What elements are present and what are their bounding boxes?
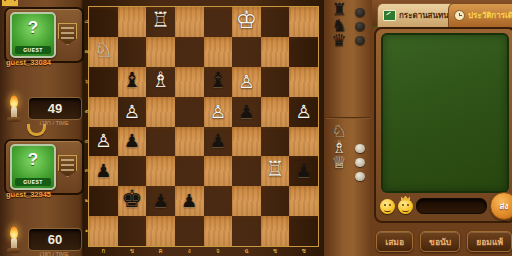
board-square[interactable]: ♘ (89, 37, 118, 67)
candle-icon (6, 226, 22, 256)
black-pawn-piece[interactable]: ♟ (175, 192, 204, 210)
crown-emoji-button[interactable] (398, 199, 413, 214)
crown-icon (2, 0, 18, 6)
board-square[interactable] (289, 216, 318, 246)
board-square[interactable]: ♙ (89, 127, 118, 157)
board-square[interactable]: ♟ (118, 127, 147, 157)
file-label: ค (146, 247, 175, 256)
top-player-name: guest_33084 (6, 58, 82, 67)
white-bishop-piece[interactable]: ♗ (146, 70, 175, 91)
board-square[interactable] (232, 37, 261, 67)
black-pawn-piece[interactable]: ♟ (289, 162, 318, 180)
white-pawn-piece[interactable]: ♙ (89, 132, 118, 150)
black-king-piece[interactable]: ♚ (118, 187, 147, 211)
board-square[interactable] (175, 97, 204, 127)
captured-pawn-disc (355, 8, 365, 17)
guest-question-mark: ? (12, 150, 54, 170)
board-square[interactable] (146, 127, 175, 157)
tab-history-label: ประวัติการเดิน (468, 9, 512, 22)
captured-pawn-disc (355, 172, 365, 181)
board-square[interactable] (261, 67, 290, 97)
guest-tag: GUEST (15, 178, 51, 186)
board-square[interactable] (175, 37, 204, 67)
board-square[interactable] (261, 127, 290, 157)
top-player-timer: 49 (28, 97, 82, 120)
file-label: ง (175, 247, 204, 256)
black-pawn-piece[interactable]: ♟ (204, 132, 233, 150)
board-square[interactable] (289, 127, 318, 157)
guest-question-mark: ? (12, 18, 54, 38)
bottom-player-card: ? GUEST (4, 139, 84, 195)
bottom-player-name: guest_32945 (6, 190, 82, 199)
chess-board: ๘๗๖๕๔๓๒๑ ♖♔♘♝♗♝♙♙♙♟♙♙♟♟♟♖♟♚♟♟ กขคงจฉชซ (84, 0, 324, 256)
white-king-piece[interactable]: ♔ (232, 8, 261, 32)
board-square[interactable]: ♗ (146, 67, 175, 97)
top-player-avatar[interactable]: ? GUEST (10, 12, 56, 58)
board-square[interactable] (261, 216, 290, 246)
board-square[interactable] (89, 7, 118, 37)
makruk-game-screen: ? GUEST guest_33084 49 เวลา / TIME ? GUE… (0, 0, 512, 256)
guest-tag: GUEST (15, 46, 51, 54)
captured-white-group: ♘♗♕ (324, 122, 372, 234)
board-square[interactable]: ♔ (232, 7, 261, 37)
board-square[interactable] (175, 127, 204, 157)
chat-message-area (381, 33, 509, 193)
board-square[interactable]: ♟ (146, 186, 175, 216)
board-square[interactable] (289, 186, 318, 216)
action-buttons-row: เสมอ ขอนับ ยอมแพ้ (372, 231, 512, 252)
board-square[interactable] (146, 216, 175, 246)
board-square[interactable]: ♙ (289, 97, 318, 127)
tab-bar: กระดานสนทนา ประวัติการเดิน (372, 0, 512, 27)
board-square[interactable] (175, 216, 204, 246)
board-square[interactable] (204, 156, 233, 186)
board-square[interactable] (89, 97, 118, 127)
board-square[interactable] (204, 7, 233, 37)
black-bishop-piece[interactable]: ♝ (118, 70, 147, 91)
board-square[interactable] (89, 186, 118, 216)
board-square[interactable]: ♝ (118, 67, 147, 97)
board-square[interactable]: ♟ (204, 127, 233, 157)
captured-pawn-disc (355, 36, 365, 45)
board-square[interactable] (261, 186, 290, 216)
white-pawn-piece[interactable]: ♙ (204, 102, 233, 120)
file-label: จ (204, 247, 233, 256)
bottom-timer-label: เวลา / TIME (28, 250, 80, 256)
white-knight-piece[interactable]: ♘ (89, 40, 118, 61)
board-square[interactable] (232, 127, 261, 157)
board-square[interactable] (175, 7, 204, 37)
captured-white-piece: ♕ (328, 155, 350, 171)
board-square[interactable] (146, 97, 175, 127)
board-square[interactable]: ♟ (89, 156, 118, 186)
chalkboard-icon (383, 10, 396, 21)
board-square[interactable]: ♙ (118, 97, 147, 127)
captured-black-group: ♜♞♛ (324, 2, 372, 114)
board-square[interactable] (232, 186, 261, 216)
board-square[interactable]: ♙ (232, 67, 261, 97)
tab-chat-board[interactable]: กระดานสนทนา (377, 3, 459, 27)
bottom-player-timer: 60 (28, 228, 82, 251)
draw-button[interactable]: เสมอ (376, 231, 413, 252)
file-label: ช (261, 247, 290, 256)
board-square[interactable] (261, 7, 290, 37)
board-square[interactable] (175, 67, 204, 97)
black-bishop-piece[interactable]: ♝ (204, 70, 233, 91)
divider-hook-icon (27, 124, 46, 136)
board-square[interactable] (89, 216, 118, 246)
file-label: ซ (289, 247, 318, 256)
board-square[interactable]: ♝ (204, 67, 233, 97)
black-pawn-piece[interactable]: ♟ (118, 132, 147, 150)
board-square[interactable] (118, 7, 147, 37)
board-square[interactable]: ♖ (146, 7, 175, 37)
board-square[interactable] (204, 37, 233, 67)
board-square[interactable] (289, 7, 318, 37)
board-square[interactable] (289, 67, 318, 97)
tab-move-history[interactable]: ประวัติการเดิน (448, 3, 512, 27)
board-square[interactable] (289, 37, 318, 67)
rank-badge-icon (58, 23, 77, 45)
tab-chat-label: กระดานสนทนา (399, 9, 453, 22)
tray-divider (326, 117, 370, 119)
players-sidebar: ? GUEST guest_33084 49 เวลา / TIME ? GUE… (0, 0, 84, 256)
file-label: ข (118, 247, 147, 256)
white-pawn-piece[interactable]: ♙ (232, 72, 261, 90)
captured-black-piece: ♛ (328, 33, 350, 49)
board-square[interactable]: ♚ (118, 186, 147, 216)
board-square[interactable] (232, 216, 261, 246)
chat-frame: ส่ง (374, 27, 512, 223)
bottom-player-avatar[interactable]: ? GUEST (10, 144, 56, 190)
crown-mini-icon (401, 196, 410, 201)
board-square[interactable] (118, 37, 147, 67)
captured-pawn-disc (355, 144, 365, 153)
white-rook-piece[interactable]: ♖ (146, 10, 175, 31)
board-square[interactable]: ♙ (204, 97, 233, 127)
candle-icon (6, 95, 22, 125)
board-square[interactable] (175, 156, 204, 186)
board-square[interactable] (89, 67, 118, 97)
board-square[interactable]: ♟ (175, 186, 204, 216)
clock-icon (454, 10, 465, 21)
board-square[interactable] (118, 216, 147, 246)
captured-pawn-disc (355, 22, 365, 31)
file-label: ฉ (232, 247, 261, 256)
board-square[interactable]: ♖ (261, 156, 290, 186)
board-square[interactable]: ♟ (289, 156, 318, 186)
board-square[interactable] (204, 186, 233, 216)
board-square[interactable] (146, 156, 175, 186)
board-square[interactable] (232, 156, 261, 186)
captured-pawn-disc (355, 158, 365, 167)
smiley-emoji-button[interactable] (380, 199, 395, 214)
chat-text-input[interactable] (416, 198, 487, 214)
rank-badge-icon (58, 155, 77, 177)
resign-button[interactable]: ยอมแพ้ (467, 231, 512, 252)
board-square[interactable] (118, 156, 147, 186)
black-pawn-piece[interactable]: ♟ (232, 102, 261, 120)
count-request-button[interactable]: ขอนับ (420, 231, 460, 252)
board-square[interactable] (261, 37, 290, 67)
captured-pieces-tray: ♜♞♛ ♘♗♕ (324, 0, 372, 256)
white-pawn-piece[interactable]: ♙ (118, 102, 147, 120)
black-pawn-piece[interactable]: ♟ (146, 192, 175, 210)
board-square[interactable] (261, 97, 290, 127)
white-pawn-piece[interactable]: ♙ (289, 102, 318, 120)
top-player-card: ? GUEST (4, 7, 84, 63)
black-pawn-piece[interactable]: ♟ (89, 162, 118, 180)
white-rook-piece[interactable]: ♖ (261, 159, 290, 180)
file-labels: กขคงจฉชซ (89, 247, 318, 256)
board-square[interactable] (204, 216, 233, 246)
file-label: ก (89, 247, 118, 256)
chat-input-row: ส่ง (380, 196, 510, 216)
chat-panel: กระดานสนทนา ประวัติการเดิน ส่ง เสมอ ขอนั… (372, 0, 512, 256)
board-square[interactable] (146, 37, 175, 67)
board-square[interactable]: ♟ (232, 97, 261, 127)
send-button[interactable]: ส่ง (490, 192, 512, 220)
